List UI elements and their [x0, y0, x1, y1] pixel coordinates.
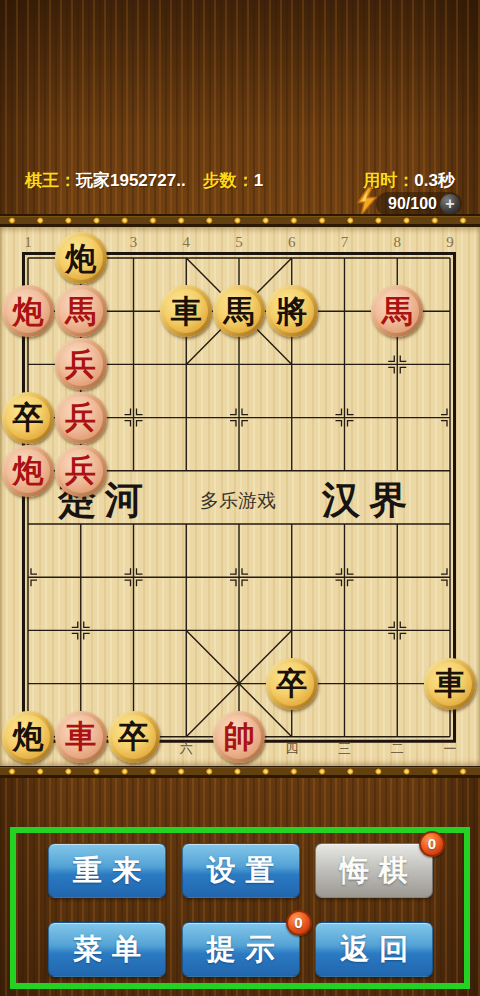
- piece-black-卒[interactable]: 卒: [266, 658, 318, 710]
- player-name: 玩家1952727..: [76, 171, 186, 190]
- board-frame-bottom: [0, 765, 480, 778]
- board-frame-top: [0, 214, 480, 227]
- app-watermark: 多乐游戏: [178, 488, 298, 514]
- piece-red-馬[interactable]: 馬: [55, 285, 107, 337]
- piece-red-帥[interactable]: 帥: [213, 711, 265, 763]
- piece-glyph: 馬: [382, 296, 413, 327]
- piece-glyph: 卒: [13, 402, 44, 433]
- piece-glyph: 車: [65, 721, 96, 752]
- piece-glyph: 車: [171, 296, 202, 327]
- piece-black-卒[interactable]: 卒: [108, 711, 160, 763]
- steps-value: 1: [254, 171, 263, 190]
- undo-button[interactable]: 悔棋0: [315, 843, 433, 898]
- piece-black-將[interactable]: 將: [266, 285, 318, 337]
- piece-glyph: 兵: [65, 402, 96, 433]
- player-status: 棋王：玩家1952727..步数：1: [25, 169, 263, 192]
- file-number-bottom: 六: [177, 740, 195, 758]
- settings-button[interactable]: 设置: [182, 843, 300, 898]
- piece-glyph: 車: [435, 668, 466, 699]
- piece-red-兵[interactable]: 兵: [55, 445, 107, 497]
- add-energy-button[interactable]: +: [440, 194, 460, 214]
- piece-red-車[interactable]: 車: [55, 711, 107, 763]
- steps-label: 步数：: [203, 171, 254, 190]
- piece-black-車[interactable]: 車: [424, 658, 476, 710]
- file-number-top: 4: [176, 234, 196, 251]
- energy-value: 90/100: [388, 195, 437, 213]
- badge-count: 0: [286, 910, 312, 936]
- piece-red-炮[interactable]: 炮: [2, 285, 54, 337]
- hint-button[interactable]: 提示0: [182, 922, 300, 977]
- piece-black-馬[interactable]: 馬: [213, 285, 265, 337]
- piece-red-炮[interactable]: 炮: [2, 445, 54, 497]
- piece-black-炮[interactable]: 炮: [2, 711, 54, 763]
- rank-label: 棋王：: [25, 171, 76, 190]
- piece-glyph: 卒: [276, 668, 307, 699]
- restart-button[interactable]: 重来: [48, 843, 166, 898]
- piece-glyph: 馬: [224, 296, 255, 327]
- file-number-top: 9: [440, 234, 460, 251]
- file-number-bottom: 四: [283, 740, 301, 758]
- file-number-top: 3: [124, 234, 144, 251]
- file-number-bottom: 二: [388, 740, 406, 758]
- piece-black-卒[interactable]: 卒: [2, 392, 54, 444]
- board: 123456789 九八七六五四三二一 楚河 多乐游戏 汉界 炮炮馬車馬將馬兵卒…: [0, 227, 480, 766]
- piece-glyph: 炮: [65, 243, 96, 274]
- piece-glyph: 兵: [65, 455, 96, 486]
- piece-glyph: 兵: [65, 349, 96, 380]
- xiangqi-game-screen: 棋王：玩家1952727..步数：1 用时：0.3秒 90/100 + 1234…: [0, 0, 480, 996]
- file-number-bottom: 一: [441, 740, 459, 758]
- piece-glyph: 將: [276, 296, 307, 327]
- file-number-bottom: 三: [336, 740, 354, 758]
- badge-count: 0: [419, 831, 445, 857]
- piece-glyph: 炮: [13, 296, 44, 327]
- menu-button[interactable]: 菜单: [48, 922, 166, 977]
- piece-glyph: 卒: [118, 721, 149, 752]
- river-text-right: 汉界: [322, 475, 416, 526]
- energy-pill: 90/100 +: [376, 192, 462, 216]
- file-number-top: 5: [229, 234, 249, 251]
- piece-red-兵[interactable]: 兵: [55, 338, 107, 390]
- back-button[interactable]: 返回: [315, 922, 433, 977]
- piece-black-炮[interactable]: 炮: [55, 232, 107, 284]
- time-value: 0.3秒: [414, 171, 455, 190]
- piece-glyph: 炮: [13, 721, 44, 752]
- file-number-top: 7: [335, 234, 355, 251]
- piece-red-兵[interactable]: 兵: [55, 392, 107, 444]
- piece-glyph: 帥: [224, 721, 255, 752]
- button-panel: 重来设置悔棋0菜单提示0返回: [48, 843, 433, 977]
- file-number-top: 8: [387, 234, 407, 251]
- piece-glyph: 馬: [65, 296, 96, 327]
- file-number-top: 6: [282, 234, 302, 251]
- file-number-top: 1: [18, 234, 38, 251]
- piece-glyph: 炮: [13, 455, 44, 486]
